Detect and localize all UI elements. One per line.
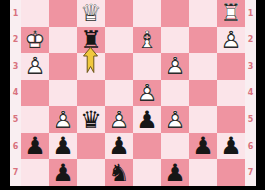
rank-label-1-right: 1 (245, 0, 256, 27)
square-a4[interactable] (217, 80, 245, 107)
rank-label-2-right: 2 (245, 27, 256, 54)
square-b1[interactable] (189, 0, 217, 27)
piece-glyph-fill: ♟ (21, 53, 49, 80)
square-b3[interactable] (189, 53, 217, 80)
square-b6[interactable]: ♟ (189, 133, 217, 160)
piece-glyph-fill: ♟ (217, 133, 245, 160)
square-e1[interactable] (105, 0, 133, 27)
square-b5[interactable] (189, 106, 217, 133)
piece-glyph-fill: ♟ (49, 106, 77, 133)
square-c5[interactable]: ♟♙ (161, 106, 189, 133)
square-a5[interactable] (217, 106, 245, 133)
white-pawn-c3: ♟♙ (161, 53, 189, 80)
square-g3[interactable] (49, 53, 77, 80)
square-c4[interactable] (161, 80, 189, 107)
rank-label-5-right: 5 (245, 106, 256, 133)
piece-glyph-fill: ♜ (217, 0, 245, 27)
piece-glyph-fill: ♛ (77, 106, 105, 133)
square-h7[interactable] (21, 159, 49, 186)
square-h5[interactable] (21, 106, 49, 133)
rank-label-5-left: 5 (10, 106, 21, 133)
rank-labels-right: 1234567 (245, 0, 256, 186)
white-pawn-e5: ♟♙ (105, 106, 133, 133)
square-g1[interactable] (49, 0, 77, 27)
piece-glyph-fill: ♟ (217, 27, 245, 54)
piece-glyph-fill: ♟ (105, 106, 133, 133)
white-king-h2: ♚♔ (21, 27, 49, 54)
black-pawn-h6: ♟ (21, 133, 49, 160)
square-d5[interactable]: ♟ (133, 106, 161, 133)
white-pawn-h3: ♟♙ (21, 53, 49, 80)
white-pawn-a2: ♟♙ (217, 27, 245, 54)
square-a1[interactable]: ♜♖ (217, 0, 245, 27)
piece-glyph-fill: ♟ (49, 159, 77, 186)
piece-glyph-fill: ♟ (133, 106, 161, 133)
square-d2[interactable]: ♝♗ (133, 27, 161, 54)
square-e2[interactable] (105, 27, 133, 54)
piece-glyph-fill: ♟ (21, 133, 49, 160)
black-knight-e7: ♞ (105, 159, 133, 186)
piece-glyph-fill: ♟ (105, 133, 133, 160)
square-e7[interactable]: ♞ (105, 159, 133, 186)
piece-glyph-outline: ♙ (161, 53, 189, 80)
square-c3[interactable]: ♟♙ (161, 53, 189, 80)
square-f6[interactable] (77, 133, 105, 160)
square-e6[interactable]: ♟ (105, 133, 133, 160)
rank-label-7-left: 7 (10, 159, 21, 186)
piece-glyph-outline: ♙ (105, 106, 133, 133)
square-c6[interactable] (161, 133, 189, 160)
square-a7[interactable] (217, 159, 245, 186)
square-b4[interactable] (189, 80, 217, 107)
piece-glyph-fill: ♟ (161, 159, 189, 186)
square-h2[interactable]: ♚♔ (21, 27, 49, 54)
piece-glyph-fill: ♟ (189, 133, 217, 160)
rank-label-7-right: 7 (245, 159, 256, 186)
square-b2[interactable] (189, 27, 217, 54)
black-pawn-g7: ♟ (49, 159, 77, 186)
square-h4[interactable] (21, 80, 49, 107)
last-move-arrow-icon (83, 47, 98, 73)
square-d1[interactable] (133, 0, 161, 27)
square-a2[interactable]: ♟♙ (217, 27, 245, 54)
black-pawn-a6: ♟ (217, 133, 245, 160)
piece-glyph-fill: ♛ (77, 0, 105, 27)
white-pawn-d4: ♟♙ (133, 80, 161, 107)
black-pawn-c7: ♟ (161, 159, 189, 186)
piece-glyph-fill: ♞ (105, 159, 133, 186)
piece-glyph-outline: ♔ (21, 27, 49, 54)
piece-glyph-fill: ♟ (161, 53, 189, 80)
square-d6[interactable] (133, 133, 161, 160)
chess-board: ♛♕♜♖♚♔♜♝♗♟♙♟♙♟♙♟♙♟♙♛♟♙♟♟♙♟♟♟♟♟♟♞♟ (21, 0, 245, 186)
video-frame: 1234567 ♛♕♜♖♚♔♜♝♗♟♙♟♙♟♙♟♙♟♙♛♟♙♟♟♙♟♟♟♟♟♟♞… (0, 0, 265, 190)
rank-labels-left: 1234567 (10, 0, 21, 186)
square-a6[interactable]: ♟ (217, 133, 245, 160)
square-c2[interactable] (161, 27, 189, 54)
square-d4[interactable]: ♟♙ (133, 80, 161, 107)
piece-glyph-outline: ♙ (133, 80, 161, 107)
black-pawn-d5: ♟ (133, 106, 161, 133)
rank-label-4-right: 4 (245, 80, 256, 107)
rank-label-1-left: 1 (10, 0, 21, 27)
square-e5[interactable]: ♟♙ (105, 106, 133, 133)
square-g4[interactable] (49, 80, 77, 107)
piece-glyph-fill: ♟ (133, 80, 161, 107)
square-g5[interactable]: ♟♙ (49, 106, 77, 133)
black-pawn-b6: ♟ (189, 133, 217, 160)
square-a3[interactable] (217, 53, 245, 80)
white-pawn-c5: ♟♙ (161, 106, 189, 133)
rank-label-3-right: 3 (245, 53, 256, 80)
white-bishop-d2: ♝♗ (133, 27, 161, 54)
piece-glyph-fill: ♚ (21, 27, 49, 54)
square-f1[interactable]: ♛♕ (77, 0, 105, 27)
white-rook-a1: ♜♖ (217, 0, 245, 27)
rank-label-3-left: 3 (10, 53, 21, 80)
piece-glyph-outline: ♗ (133, 27, 161, 54)
piece-glyph-outline: ♙ (49, 106, 77, 133)
square-f5[interactable]: ♛ (77, 106, 105, 133)
square-h6[interactable]: ♟ (21, 133, 49, 160)
piece-glyph-fill: ♟ (161, 106, 189, 133)
square-g6[interactable]: ♟ (49, 133, 77, 160)
square-d7[interactable] (133, 159, 161, 186)
black-pawn-e6: ♟ (105, 133, 133, 160)
piece-glyph-outline: ♙ (21, 53, 49, 80)
rank-label-4-left: 4 (10, 80, 21, 107)
rank-label-6-right: 6 (245, 133, 256, 160)
square-g2[interactable] (49, 27, 77, 54)
white-queen-f1: ♛♕ (77, 0, 105, 27)
square-c1[interactable] (161, 0, 189, 27)
square-h3[interactable]: ♟♙ (21, 53, 49, 80)
piece-glyph-outline: ♙ (161, 106, 189, 133)
white-pawn-g5: ♟♙ (49, 106, 77, 133)
black-queen-f5: ♛ (77, 106, 105, 133)
square-f4[interactable] (77, 80, 105, 107)
square-b7[interactable] (189, 159, 217, 186)
square-g7[interactable]: ♟ (49, 159, 77, 186)
piece-glyph-outline: ♙ (217, 27, 245, 54)
chessboard-frame: 1234567 ♛♕♜♖♚♔♜♝♗♟♙♟♙♟♙♟♙♟♙♛♟♙♟♟♙♟♟♟♟♟♟♞… (10, 0, 256, 186)
rank-label-2-left: 2 (10, 27, 21, 54)
piece-glyph-fill: ♟ (49, 133, 77, 160)
square-h1[interactable] (21, 0, 49, 27)
square-f7[interactable] (77, 159, 105, 186)
black-pawn-g6: ♟ (49, 133, 77, 160)
square-e4[interactable] (105, 80, 133, 107)
square-c7[interactable]: ♟ (161, 159, 189, 186)
rank-label-6-left: 6 (10, 133, 21, 160)
piece-glyph-fill: ♝ (133, 27, 161, 54)
square-d3[interactable] (133, 53, 161, 80)
square-e3[interactable] (105, 53, 133, 80)
piece-glyph-outline: ♕ (77, 0, 105, 27)
arrow-shape (84, 48, 98, 73)
piece-glyph-outline: ♖ (217, 0, 245, 27)
